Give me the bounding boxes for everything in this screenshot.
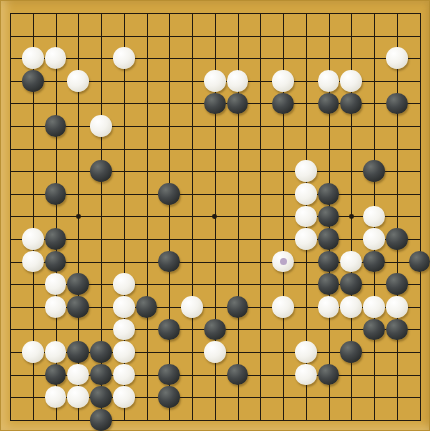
stone-white — [340, 296, 362, 318]
stone-white — [45, 386, 67, 408]
star-point — [76, 214, 81, 219]
stone-black — [318, 228, 340, 250]
stone-black — [158, 251, 180, 273]
grid-line-horizontal — [10, 420, 421, 421]
stone-white — [318, 296, 340, 318]
stone-black — [386, 93, 408, 115]
stone-black — [272, 93, 294, 115]
stone-white — [90, 115, 112, 137]
stone-white — [295, 228, 317, 250]
grid-line-vertical — [169, 13, 170, 421]
grid-line-horizontal — [10, 13, 421, 14]
stone-white — [386, 296, 408, 318]
stone-white — [45, 296, 67, 318]
stone-black — [136, 296, 158, 318]
stone-black — [227, 364, 249, 386]
stone-white — [113, 47, 135, 69]
stone-white — [295, 206, 317, 228]
stone-black — [158, 319, 180, 341]
stone-white — [295, 364, 317, 386]
go-board[interactable] — [0, 0, 430, 431]
stone-white — [45, 273, 67, 295]
grid-line-horizontal — [10, 194, 421, 195]
stone-black — [227, 93, 249, 115]
stone-white — [295, 160, 317, 182]
stone-black — [340, 273, 362, 295]
stone-black — [67, 341, 89, 363]
stone-black — [363, 160, 385, 182]
stone-white — [113, 341, 135, 363]
stone-black — [90, 364, 112, 386]
stone-black — [318, 183, 340, 205]
stone-white — [386, 47, 408, 69]
stone-black — [363, 251, 385, 273]
stone-black — [158, 183, 180, 205]
stone-black — [158, 364, 180, 386]
stone-white — [22, 228, 44, 250]
stone-white — [340, 251, 362, 273]
stone-white — [272, 296, 294, 318]
stone-white — [22, 251, 44, 273]
stone-black — [67, 296, 89, 318]
stone-black — [45, 364, 67, 386]
stone-black — [22, 70, 44, 92]
stone-white — [67, 386, 89, 408]
stone-white — [113, 364, 135, 386]
stone-black — [386, 273, 408, 295]
stone-black — [340, 93, 362, 115]
stone-white — [295, 183, 317, 205]
stone-white — [67, 70, 89, 92]
stone-white — [113, 319, 135, 341]
grid-line-horizontal — [10, 216, 421, 217]
stone-white — [22, 341, 44, 363]
grid-line-horizontal — [10, 126, 421, 127]
stone-white — [363, 296, 385, 318]
stone-black — [318, 93, 340, 115]
stone-black — [45, 183, 67, 205]
stone-white — [67, 364, 89, 386]
grid-line-horizontal — [10, 58, 421, 59]
stone-white — [227, 70, 249, 92]
stone-white — [272, 70, 294, 92]
stone-white — [340, 70, 362, 92]
stone-black — [45, 115, 67, 137]
grid-line-vertical — [397, 13, 398, 421]
grid-line-vertical — [260, 13, 261, 421]
stone-black — [90, 341, 112, 363]
stone-black — [45, 251, 67, 273]
grid-line-vertical — [420, 13, 421, 421]
stone-white — [113, 296, 135, 318]
stone-black — [318, 206, 340, 228]
star-point — [349, 214, 354, 219]
stone-white — [45, 47, 67, 69]
stone-black — [67, 273, 89, 295]
stone-black — [386, 319, 408, 341]
stone-black — [227, 296, 249, 318]
stone-black — [340, 341, 362, 363]
stone-white — [113, 386, 135, 408]
grid-line-horizontal — [10, 171, 421, 172]
stone-black — [90, 160, 112, 182]
stone-black — [318, 364, 340, 386]
stone-black — [318, 273, 340, 295]
stone-white — [363, 206, 385, 228]
stone-black — [318, 251, 340, 273]
go-app-window — [0, 0, 430, 431]
grid-line-vertical — [147, 13, 148, 421]
grid-line-vertical — [10, 13, 11, 421]
stone-black — [90, 386, 112, 408]
stone-white — [363, 228, 385, 250]
stone-black — [158, 386, 180, 408]
stone-white — [113, 273, 135, 295]
grid-line-horizontal — [10, 239, 421, 240]
grid-line-horizontal — [10, 149, 421, 150]
stone-white — [181, 296, 203, 318]
grid-line-horizontal — [10, 36, 421, 37]
stone-white — [295, 341, 317, 363]
grid-line-vertical — [192, 13, 193, 421]
stone-black — [45, 228, 67, 250]
stone-black — [386, 228, 408, 250]
stone-white — [22, 47, 44, 69]
stone-black — [204, 319, 226, 341]
stone-black — [363, 319, 385, 341]
star-point — [212, 214, 217, 219]
stone-white — [318, 70, 340, 92]
stone-white — [45, 341, 67, 363]
stone-white — [204, 70, 226, 92]
stone-black — [204, 93, 226, 115]
stone-black — [409, 251, 430, 273]
stone-black — [90, 409, 112, 431]
stone-white — [204, 341, 226, 363]
stone-white — [272, 251, 294, 273]
